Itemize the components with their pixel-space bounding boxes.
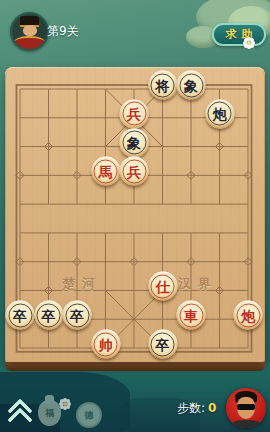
piece-red-仕[interactable]: 仕 (148, 272, 177, 301)
piece-red-馬[interactable]: 馬 (91, 157, 120, 186)
piece-glyph: 兵 (127, 164, 141, 178)
piece-glyph: 車 (184, 308, 198, 322)
step-counter: 步数:0 (177, 400, 216, 417)
piece-glyph: 炮 (241, 308, 255, 322)
piece-red-兵[interactable]: 兵 (120, 99, 149, 128)
money-bag-icon[interactable]: 福 (38, 400, 61, 426)
piece-black-卒[interactable]: 卒 (6, 301, 35, 330)
piece-black-象[interactable]: 象 (120, 128, 149, 157)
level-label: 第9关 (47, 23, 79, 40)
steps-label: 步数: (177, 401, 205, 415)
piece-glyph: 仕 (156, 279, 170, 293)
piece-glyph: 象 (127, 136, 141, 150)
piece-glyph: 馬 (99, 164, 113, 178)
piece-black-炮[interactable]: 炮 (205, 99, 234, 128)
sunglasses-icon (237, 404, 255, 410)
flower-icon (63, 402, 67, 406)
piece-glyph: 帅 (99, 337, 113, 351)
opponent-avatar[interactable] (226, 388, 266, 428)
piece-red-兵[interactable]: 兵 (120, 157, 149, 186)
piece-glyph: 炮 (213, 107, 227, 121)
piece-glyph: 将 (156, 78, 170, 92)
avatar-robe (14, 36, 45, 51)
xiangqi-game-screen: 第9关 求助 楚河 汉界 将象兵炮象馬兵仕卒卒卒車炮帅卒 福 德 步数:0 (0, 0, 270, 432)
player-avatar[interactable] (10, 12, 49, 51)
piece-glyph: 卒 (42, 308, 56, 322)
piece-glyph: 象 (184, 78, 198, 92)
piece-glyph: 兵 (127, 107, 141, 121)
piece-glyph: 卒 (13, 308, 27, 322)
flower-decoration (247, 41, 251, 45)
river-label-chu: 楚河 (62, 275, 102, 293)
steps-value: 0 (208, 401, 216, 415)
piece-black-象[interactable]: 象 (177, 71, 206, 100)
piece-black-将[interactable]: 将 (148, 71, 177, 100)
piece-black-卒[interactable]: 卒 (148, 330, 177, 359)
expand-menu-button[interactable] (8, 400, 32, 426)
piece-red-帅[interactable]: 帅 (91, 330, 120, 359)
piece-black-卒[interactable]: 卒 (34, 301, 63, 330)
piece-black-卒[interactable]: 卒 (63, 301, 92, 330)
avatar-face (23, 25, 37, 37)
help-button-label: 求助 (226, 27, 258, 42)
river-label-han: 汉界 (178, 275, 218, 293)
piece-red-車[interactable]: 車 (177, 301, 206, 330)
piece-glyph: 卒 (156, 337, 170, 351)
coin-icon[interactable]: 德 (76, 402, 102, 428)
help-button[interactable]: 求助 (212, 23, 266, 46)
piece-red-炮[interactable]: 炮 (234, 301, 263, 330)
piece-glyph: 卒 (70, 308, 84, 322)
